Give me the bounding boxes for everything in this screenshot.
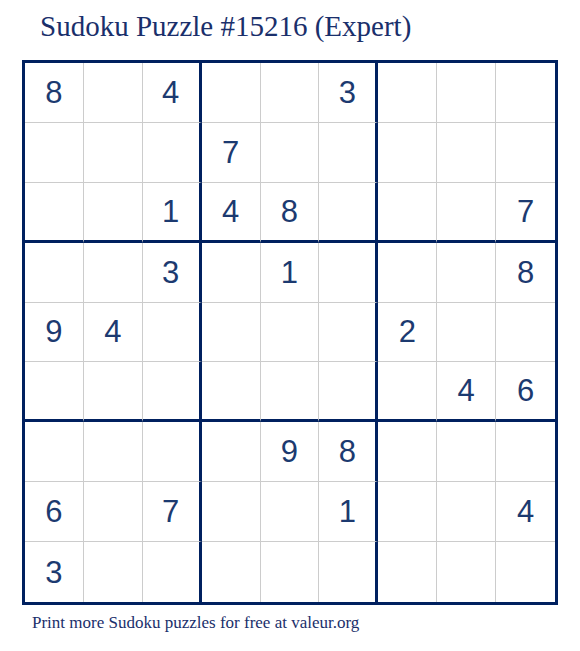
cell-r8c2	[84, 482, 143, 542]
cell-r3c2	[84, 183, 143, 243]
cell-r8c8	[437, 482, 496, 542]
cell-r3c4: 4	[202, 183, 261, 243]
cell-r9c7	[378, 542, 437, 602]
cell-r2c9	[496, 123, 555, 183]
cell-r8c3: 7	[143, 482, 202, 542]
cell-r2c5	[261, 123, 320, 183]
cell-r7c1	[25, 422, 84, 482]
cell-r1c3: 4	[143, 63, 202, 123]
cell-r1c6: 3	[319, 63, 378, 123]
cell-r6c5	[261, 362, 320, 422]
cell-r7c6: 8	[319, 422, 378, 482]
cell-r6c2	[84, 362, 143, 422]
cell-r3c9: 7	[496, 183, 555, 243]
cell-r5c1: 9	[25, 303, 84, 363]
cell-r4c3: 3	[143, 243, 202, 303]
cell-r2c7	[378, 123, 437, 183]
cell-r4c2	[84, 243, 143, 303]
cell-r9c3	[143, 542, 202, 602]
cell-r7c5: 9	[261, 422, 320, 482]
cell-r1c9	[496, 63, 555, 123]
cell-r4c7	[378, 243, 437, 303]
cell-r5c5	[261, 303, 320, 363]
cell-r8c9: 4	[496, 482, 555, 542]
cell-r2c3	[143, 123, 202, 183]
cell-r4c5: 1	[261, 243, 320, 303]
cell-r6c3	[143, 362, 202, 422]
cell-r5c8	[437, 303, 496, 363]
cell-r9c1: 3	[25, 542, 84, 602]
cell-r4c6	[319, 243, 378, 303]
cell-r3c6	[319, 183, 378, 243]
cell-r8c7	[378, 482, 437, 542]
cell-r7c7	[378, 422, 437, 482]
cell-r6c9: 6	[496, 362, 555, 422]
cell-r4c8	[437, 243, 496, 303]
cell-r9c8	[437, 542, 496, 602]
cell-r9c5	[261, 542, 320, 602]
cell-r4c4	[202, 243, 261, 303]
cell-r9c9	[496, 542, 555, 602]
cell-r9c6	[319, 542, 378, 602]
cell-r7c4	[202, 422, 261, 482]
cell-r1c5	[261, 63, 320, 123]
cell-r3c7	[378, 183, 437, 243]
cell-r9c4	[202, 542, 261, 602]
cell-r7c3	[143, 422, 202, 482]
cell-r8c5	[261, 482, 320, 542]
cell-r1c7	[378, 63, 437, 123]
cell-r3c5: 8	[261, 183, 320, 243]
cell-r6c1	[25, 362, 84, 422]
cell-r2c4: 7	[202, 123, 261, 183]
cell-r7c2	[84, 422, 143, 482]
page-title: Sudoku Puzzle #15216 (Expert)	[40, 10, 411, 43]
cell-r6c6	[319, 362, 378, 422]
cell-r5c7: 2	[378, 303, 437, 363]
cell-r3c1	[25, 183, 84, 243]
cell-r2c8	[437, 123, 496, 183]
cell-r4c9: 8	[496, 243, 555, 303]
cell-r5c4	[202, 303, 261, 363]
cell-r6c8: 4	[437, 362, 496, 422]
cell-r7c9	[496, 422, 555, 482]
cell-r2c2	[84, 123, 143, 183]
sudoku-board: 84371487318942469867143	[22, 60, 558, 605]
cell-r1c2	[84, 63, 143, 123]
cell-r6c7	[378, 362, 437, 422]
cell-r8c4	[202, 482, 261, 542]
cell-r5c3	[143, 303, 202, 363]
cell-r8c1: 6	[25, 482, 84, 542]
cell-r8c6: 1	[319, 482, 378, 542]
cell-r3c3: 1	[143, 183, 202, 243]
footer-note: Print more Sudoku puzzles for free at va…	[32, 613, 359, 633]
cell-r6c4	[202, 362, 261, 422]
cell-r5c2: 4	[84, 303, 143, 363]
cell-r1c4	[202, 63, 261, 123]
cell-r3c8	[437, 183, 496, 243]
cell-r7c8	[437, 422, 496, 482]
cell-r9c2	[84, 542, 143, 602]
cell-r5c6	[319, 303, 378, 363]
cell-r1c8	[437, 63, 496, 123]
cell-r1c1: 8	[25, 63, 84, 123]
cell-r4c1	[25, 243, 84, 303]
cell-r2c1	[25, 123, 84, 183]
cell-r5c9	[496, 303, 555, 363]
cell-r2c6	[319, 123, 378, 183]
